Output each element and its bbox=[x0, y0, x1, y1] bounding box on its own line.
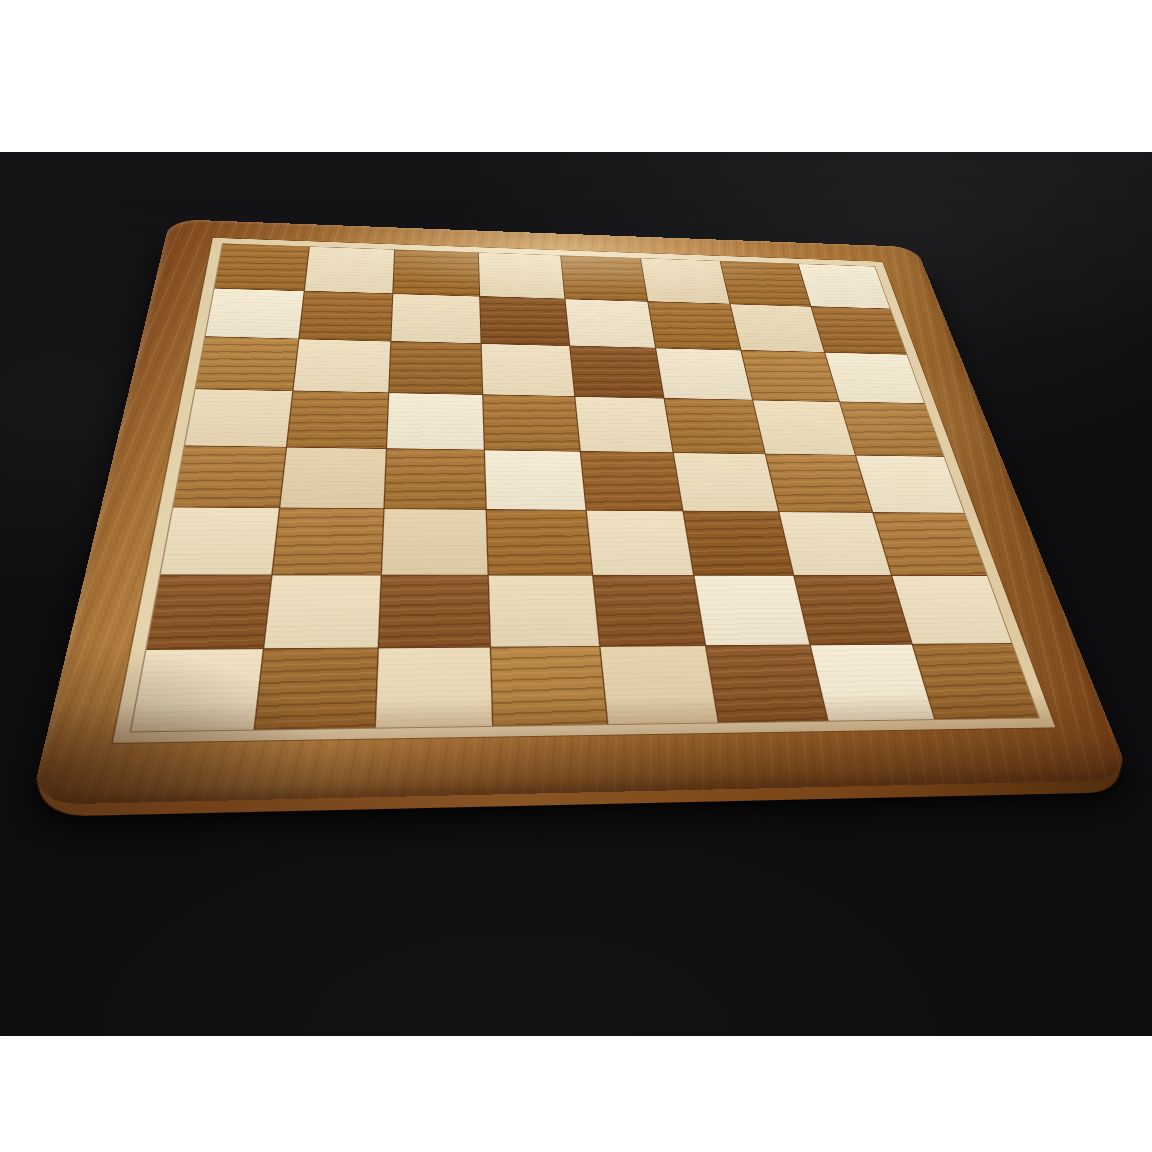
square-e1 bbox=[600, 646, 718, 724]
square-a4 bbox=[173, 446, 285, 508]
square-g2 bbox=[795, 576, 912, 645]
square-f3 bbox=[684, 512, 793, 576]
square-d3 bbox=[486, 510, 591, 575]
square-c2 bbox=[379, 576, 490, 648]
square-b5 bbox=[287, 391, 388, 448]
square-f7 bbox=[649, 302, 741, 350]
square-e7 bbox=[565, 299, 655, 347]
square-d1 bbox=[491, 647, 607, 726]
square-h2 bbox=[892, 576, 1011, 644]
square-d7 bbox=[480, 297, 569, 346]
square-e6 bbox=[570, 346, 664, 398]
square-c7 bbox=[391, 294, 480, 343]
square-h3 bbox=[874, 513, 987, 575]
square-h4 bbox=[856, 455, 964, 513]
square-f1 bbox=[707, 645, 828, 722]
square-c3 bbox=[382, 509, 488, 575]
square-f4 bbox=[674, 453, 778, 512]
square-e2 bbox=[593, 576, 706, 646]
square-g5 bbox=[753, 400, 855, 454]
square-h8 bbox=[799, 264, 890, 309]
square-e5 bbox=[575, 397, 673, 452]
square-a6 bbox=[196, 337, 298, 391]
square-c5 bbox=[387, 393, 484, 449]
square-b2 bbox=[264, 576, 380, 649]
square-e3 bbox=[586, 511, 693, 575]
square-h1 bbox=[913, 644, 1038, 719]
square-g8 bbox=[721, 261, 811, 306]
square-a7 bbox=[206, 288, 304, 338]
square-c6 bbox=[389, 341, 482, 394]
square-g3 bbox=[780, 512, 891, 575]
square-d5 bbox=[483, 395, 579, 451]
square-h5 bbox=[840, 402, 943, 456]
square-h6 bbox=[825, 352, 924, 402]
square-g4 bbox=[766, 454, 872, 512]
square-g6 bbox=[742, 350, 839, 401]
square-d6 bbox=[481, 344, 573, 396]
square-e4 bbox=[580, 451, 683, 511]
square-f8 bbox=[641, 258, 729, 303]
square-f5 bbox=[665, 398, 765, 453]
square-d4 bbox=[485, 450, 586, 510]
square-g7 bbox=[731, 304, 824, 352]
square-d2 bbox=[488, 576, 598, 647]
square-b8 bbox=[305, 247, 394, 294]
square-d8 bbox=[478, 253, 564, 299]
square-c4 bbox=[384, 449, 485, 510]
product-photo-page bbox=[0, 0, 1152, 1152]
square-b7 bbox=[299, 291, 392, 341]
square-e8 bbox=[561, 256, 648, 302]
square-a2 bbox=[147, 576, 271, 650]
board-grid bbox=[131, 244, 1038, 732]
square-b3 bbox=[272, 509, 383, 575]
square-f2 bbox=[695, 576, 810, 645]
square-f6 bbox=[656, 348, 752, 399]
square-b1 bbox=[255, 648, 377, 729]
square-a3 bbox=[161, 508, 279, 575]
square-a8 bbox=[215, 244, 309, 291]
square-b4 bbox=[280, 447, 386, 508]
square-c1 bbox=[375, 648, 491, 728]
square-a5 bbox=[185, 389, 292, 447]
square-c8 bbox=[393, 250, 479, 296]
square-a1 bbox=[131, 649, 262, 731]
square-h7 bbox=[812, 307, 907, 354]
square-b6 bbox=[293, 339, 390, 392]
